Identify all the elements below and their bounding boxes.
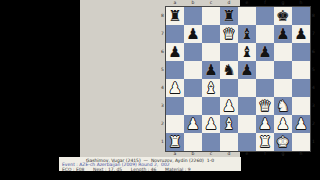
- square-a1: ♜: [166, 133, 184, 151]
- black-knight-d5: ♞: [222, 61, 235, 79]
- coord-label: 7: [311, 25, 316, 43]
- square-d6: [220, 43, 238, 61]
- square-g6: [274, 43, 292, 61]
- square-e8: [238, 7, 256, 25]
- square-b3: [184, 97, 202, 115]
- coord-label: 6: [160, 43, 165, 61]
- coord-label: c: [202, 0, 220, 6]
- coord-label: b: [184, 0, 202, 6]
- square-c4: ♝: [202, 79, 220, 97]
- square-e7: ♝: [238, 25, 256, 43]
- black-rook-d8: ♜: [222, 7, 235, 25]
- white-knight-g3: ♞: [276, 97, 289, 115]
- coord-label: 5: [160, 61, 165, 79]
- square-a4: ♟: [166, 79, 184, 97]
- square-a7: [166, 25, 184, 43]
- coord-label: a: [166, 0, 184, 6]
- square-d8: ♜: [220, 7, 238, 25]
- black-pawn-g7: ♟: [276, 25, 289, 43]
- black-pawn-b7: ♟: [186, 25, 199, 43]
- letterbox-left: [0, 0, 80, 180]
- square-f7: [256, 25, 274, 43]
- square-b2: ♟: [184, 115, 202, 133]
- coord-label: 4: [160, 79, 165, 97]
- square-g1: ♚: [274, 133, 292, 151]
- black-bishop-e7: ♝: [240, 25, 253, 43]
- white-pawn-f2: ♟: [258, 115, 271, 133]
- coord-label: f: [256, 0, 274, 6]
- black-pawn-h7: ♟: [294, 25, 307, 43]
- coord-label: e: [238, 0, 256, 6]
- square-h7: ♟: [292, 25, 310, 43]
- square-a3: [166, 97, 184, 115]
- rank-labels-left: 87654321: [160, 7, 165, 151]
- square-f4: [256, 79, 274, 97]
- white-bishop-d2: ♝: [222, 115, 235, 133]
- coord-label: 7: [160, 25, 165, 43]
- square-a6: ♟: [166, 43, 184, 61]
- square-b6: [184, 43, 202, 61]
- white-rook-f1: ♜: [258, 133, 271, 151]
- coord-label: 1: [311, 133, 316, 151]
- square-g5: [274, 61, 292, 79]
- square-f2: ♟: [256, 115, 274, 133]
- square-d5: ♞: [220, 61, 238, 79]
- coord-label: 4: [311, 79, 316, 97]
- video-frame: abcdefgh 87654321 87654321 abcdefgh ♜♜♚♟…: [0, 0, 320, 180]
- black-pawn-a6: ♟: [168, 43, 181, 61]
- coord-label: 1: [160, 133, 165, 151]
- coord-label: h: [292, 151, 310, 157]
- square-h5: [292, 61, 310, 79]
- square-h2: ♟: [292, 115, 310, 133]
- black-pawn-e5: ♟: [240, 61, 253, 79]
- square-d4: [220, 79, 238, 97]
- square-a5: [166, 61, 184, 79]
- square-e4: [238, 79, 256, 97]
- square-h6: [292, 43, 310, 61]
- square-c6: [202, 43, 220, 61]
- black-bishop-e6: ♝: [240, 43, 253, 61]
- coord-label: 3: [311, 97, 316, 115]
- square-g2: ♟: [274, 115, 292, 133]
- white-pawn-g2: ♟: [276, 115, 289, 133]
- square-e5: ♟: [238, 61, 256, 79]
- square-g8: ♚: [274, 7, 292, 25]
- chess-viewer-panel: abcdefgh 87654321 87654321 abcdefgh ♜♜♚♟…: [80, 0, 240, 157]
- square-b4: [184, 79, 202, 97]
- coord-label: 6: [311, 43, 316, 61]
- coord-label: d: [220, 0, 238, 6]
- square-c7: [202, 25, 220, 43]
- square-e1: [238, 133, 256, 151]
- white-pawn-h2: ♟: [294, 115, 307, 133]
- square-e3: [238, 97, 256, 115]
- coord-label: h: [292, 0, 310, 6]
- square-g4: [274, 79, 292, 97]
- coord-label: 2: [160, 115, 165, 133]
- file-labels-top: abcdefgh: [166, 0, 310, 6]
- square-b8: [184, 7, 202, 25]
- black-pawn-c5: ♟: [204, 61, 217, 79]
- square-f8: [256, 7, 274, 25]
- game-caption: Gashimov, Vugar (2415) — Novruzov, Aydin…: [59, 157, 241, 171]
- square-c5: ♟: [202, 61, 220, 79]
- white-pawn-d3: ♟: [222, 97, 235, 115]
- square-c3: [202, 97, 220, 115]
- square-f1: ♜: [256, 133, 274, 151]
- square-a8: ♜: [166, 7, 184, 25]
- rank-labels-right: 87654321: [311, 7, 316, 151]
- square-b1: [184, 133, 202, 151]
- black-pawn-f6: ♟: [258, 43, 271, 61]
- coord-label: 2: [311, 115, 316, 133]
- square-d2: ♝: [220, 115, 238, 133]
- square-d1: [220, 133, 238, 151]
- white-bishop-c4: ♝: [204, 79, 217, 97]
- chess-board: ♜♜♚♟♛♝♟♟♟♝♟♟♞♟♟♝♟♛♞♟♟♝♟♟♟♜♜♚: [165, 6, 311, 152]
- white-king-g1: ♚: [276, 133, 289, 151]
- coord-label: f: [256, 151, 274, 157]
- square-g3: ♞: [274, 97, 292, 115]
- square-b7: ♟: [184, 25, 202, 43]
- square-c8: [202, 7, 220, 25]
- coord-label: 5: [311, 61, 316, 79]
- square-h1: [292, 133, 310, 151]
- white-queen-f3: ♛: [258, 97, 271, 115]
- coord-label: g: [274, 151, 292, 157]
- square-g7: ♟: [274, 25, 292, 43]
- square-d7: ♛: [220, 25, 238, 43]
- coord-label: 8: [160, 7, 165, 25]
- black-king-g8: ♚: [276, 7, 289, 25]
- white-queen-d7: ♛: [222, 25, 235, 43]
- white-pawn-c2: ♟: [204, 115, 217, 133]
- square-e2: [238, 115, 256, 133]
- coord-label: 3: [160, 97, 165, 115]
- square-h4: [292, 79, 310, 97]
- square-e6: ♝: [238, 43, 256, 61]
- square-c1: [202, 133, 220, 151]
- square-b5: [184, 61, 202, 79]
- square-h3: [292, 97, 310, 115]
- square-f5: [256, 61, 274, 79]
- stats-line: ECO : E08 Next : 17. d5 Length : 46 Mate…: [59, 167, 244, 172]
- square-h8: [292, 7, 310, 25]
- coord-label: g: [274, 0, 292, 6]
- white-pawn-b2: ♟: [186, 115, 199, 133]
- black-rook-a8: ♜: [168, 7, 181, 25]
- square-a2: [166, 115, 184, 133]
- square-d3: ♟: [220, 97, 238, 115]
- coord-label: 8: [311, 7, 316, 25]
- square-c2: ♟: [202, 115, 220, 133]
- square-f3: ♛: [256, 97, 274, 115]
- square-f6: ♟: [256, 43, 274, 61]
- white-rook-a1: ♜: [168, 133, 181, 151]
- white-pawn-a4: ♟: [168, 79, 181, 97]
